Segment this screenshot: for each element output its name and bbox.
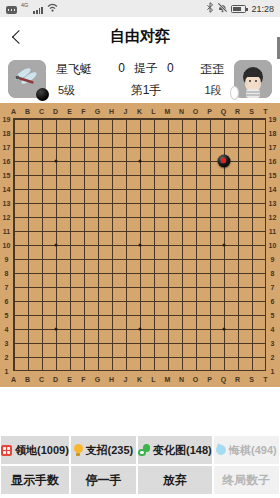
star-point [222,327,225,330]
coord-number-left: 11 [3,227,10,234]
coord-letter-bottom: D [53,376,58,383]
coord-letter-bottom: A [11,376,16,383]
network-type-label: 4G [21,3,28,9]
black-captures-count: 0 [118,61,125,75]
coord-number-right: 6 [271,297,275,304]
coord-letter-bottom: B [25,376,30,383]
coord-number-right: 2 [271,353,275,360]
coord-number-left: 1 [5,367,9,374]
coord-letter-top: F [81,108,85,115]
move-number-label: 第1手 [131,82,162,99]
black-player-name: 星飞蜓 [56,61,92,78]
coord-letter-top: M [165,108,171,115]
variation-icon [138,444,150,456]
coord-letter-bottom: C [39,376,44,383]
black-stone-badge [36,88,49,101]
resign-button[interactable]: 放弃 [138,466,212,494]
white-captures-count: 0 [167,61,174,75]
coord-number-left: 18 [3,129,11,136]
star-point [138,159,141,162]
coord-number-right: 13 [269,199,277,206]
coord-letter-top: R [235,108,240,115]
captures-label: 提子 [134,60,158,77]
wifi-icon [47,3,58,14]
coord-number-right: 10 [269,241,277,248]
star-point [54,327,57,330]
page-title: 自由对弈 [110,27,170,46]
coord-letter-top: C [39,108,44,115]
header: 自由对弈 [0,17,280,55]
star-point [222,243,225,246]
coord-number-left: 19 [3,115,11,122]
coord-number-right: 8 [271,269,275,276]
coord-number-left: 5 [5,311,9,318]
coord-letter-top: G [95,108,100,115]
coord-number-right: 18 [269,129,277,136]
coord-letter-bottom: T [263,376,267,383]
coord-letter-top: A [11,108,16,115]
coord-number-right: 14 [269,185,277,192]
black-stone [217,154,230,167]
coord-number-right: 15 [269,171,277,178]
coord-number-left: 12 [3,213,11,220]
star-point [138,243,141,246]
coord-letter-top: L [151,108,155,115]
coord-number-right: 11 [269,227,276,234]
coord-letter-bottom: K [137,376,142,383]
coord-number-left: 6 [5,297,9,304]
coord-number-left: 10 [3,241,11,248]
black-player-rank: 5级 [56,83,75,98]
coord-number-right: 16 [269,157,277,164]
content-gap [0,387,280,436]
coord-letter-top: B [25,108,30,115]
mms-icon [6,6,17,14]
hint-button[interactable]: 支招(235) [71,436,136,464]
variation-diagram-button[interactable]: 变化图(148) [138,436,212,464]
undo-move-button: 悔棋(494) [214,436,279,464]
player-bar: 星飞蜓 5级 0 提子 0 第1手 歪歪 1段 [0,55,280,103]
coord-number-left: 14 [3,185,11,192]
coord-number-left: 7 [5,283,9,290]
star-point [54,243,57,246]
star-point [138,327,141,330]
coord-number-left: 9 [5,255,9,262]
territory-icon [1,445,12,456]
coord-letter-top: D [53,108,58,115]
coord-number-left: 17 [3,143,11,150]
final-count-button: 终局数子 [214,466,279,494]
coord-letter-bottom: J [124,376,128,383]
coord-number-left: 2 [5,353,9,360]
white-player-rank: 1段 [202,83,221,98]
coord-letter-bottom: N [179,376,184,383]
coord-letter-top: P [207,108,212,115]
coord-letter-bottom: O [193,376,198,383]
coord-number-right: 5 [271,311,275,318]
star-point [54,159,57,162]
battery-icon [231,5,246,13]
mute-icon [217,2,228,15]
coord-letter-top: E [67,108,72,115]
coord-number-right: 19 [269,115,277,122]
coord-letter-bottom: F [81,376,85,383]
coord-letter-bottom: R [235,376,240,383]
status-bar: 4G 21:28 [0,0,280,17]
coord-letter-top: S [249,108,254,115]
black-player-avatar[interactable] [8,60,46,98]
coord-letter-top: H [109,108,114,115]
clock-label: 21:28 [251,4,274,14]
coord-number-left: 16 [3,157,11,164]
coord-number-left: 15 [3,171,11,178]
back-button[interactable] [12,30,26,44]
coord-number-left: 8 [5,269,9,276]
girl-avatar-image [234,60,272,98]
coord-letter-bottom: M [165,376,171,383]
scrollbar[interactable] [277,37,280,59]
coord-letter-top: Q [221,108,226,115]
white-stone-badge [230,86,239,100]
coord-number-right: 17 [269,143,277,150]
coord-letter-bottom: S [249,376,254,383]
coord-letter-top: N [179,108,184,115]
coord-number-right: 3 [271,339,275,346]
coord-letter-bottom: P [207,376,212,383]
coord-number-left: 13 [3,199,11,206]
coord-number-right: 12 [269,213,277,220]
territory-button[interactable]: 领地(1009) [1,436,69,464]
coord-letter-top: O [193,108,198,115]
coord-number-left: 4 [5,325,9,332]
coord-letter-bottom: E [67,376,72,383]
coord-number-right: 7 [271,283,275,290]
coord-letter-bottom: L [151,376,155,383]
coord-number-left: 3 [5,339,9,346]
toolbar: 领地(1009) 支招(235) 变化图(148) 悔棋(494) 显示手数 停… [0,436,280,496]
signal-bars-icon [33,7,42,15]
coord-number-right: 4 [271,325,275,332]
coord-number-right: 1 [271,367,275,374]
show-move-numbers-button[interactable]: 显示手数 [1,466,69,494]
hint-lightbulb-icon [74,444,83,456]
coord-letter-top: T [263,108,267,115]
white-player-avatar[interactable] [234,60,272,98]
coord-letter-bottom: Q [221,376,226,383]
coord-letter-top: J [124,108,128,115]
pass-button[interactable]: 停一手 [71,466,136,494]
bluetooth-icon [206,2,214,15]
white-player-name: 歪歪 [200,61,224,78]
undo-icon [215,444,228,457]
coord-letter-bottom: G [95,376,100,383]
last-move-marker [221,158,226,163]
coord-letter-top: K [137,108,142,115]
coord-number-right: 9 [271,255,275,262]
coord-letter-bottom: H [109,376,114,383]
go-board[interactable]: AABBCCDDEEFFGGHHJJKKLLMMNNOOPPQQRRSSTT19… [0,103,280,387]
